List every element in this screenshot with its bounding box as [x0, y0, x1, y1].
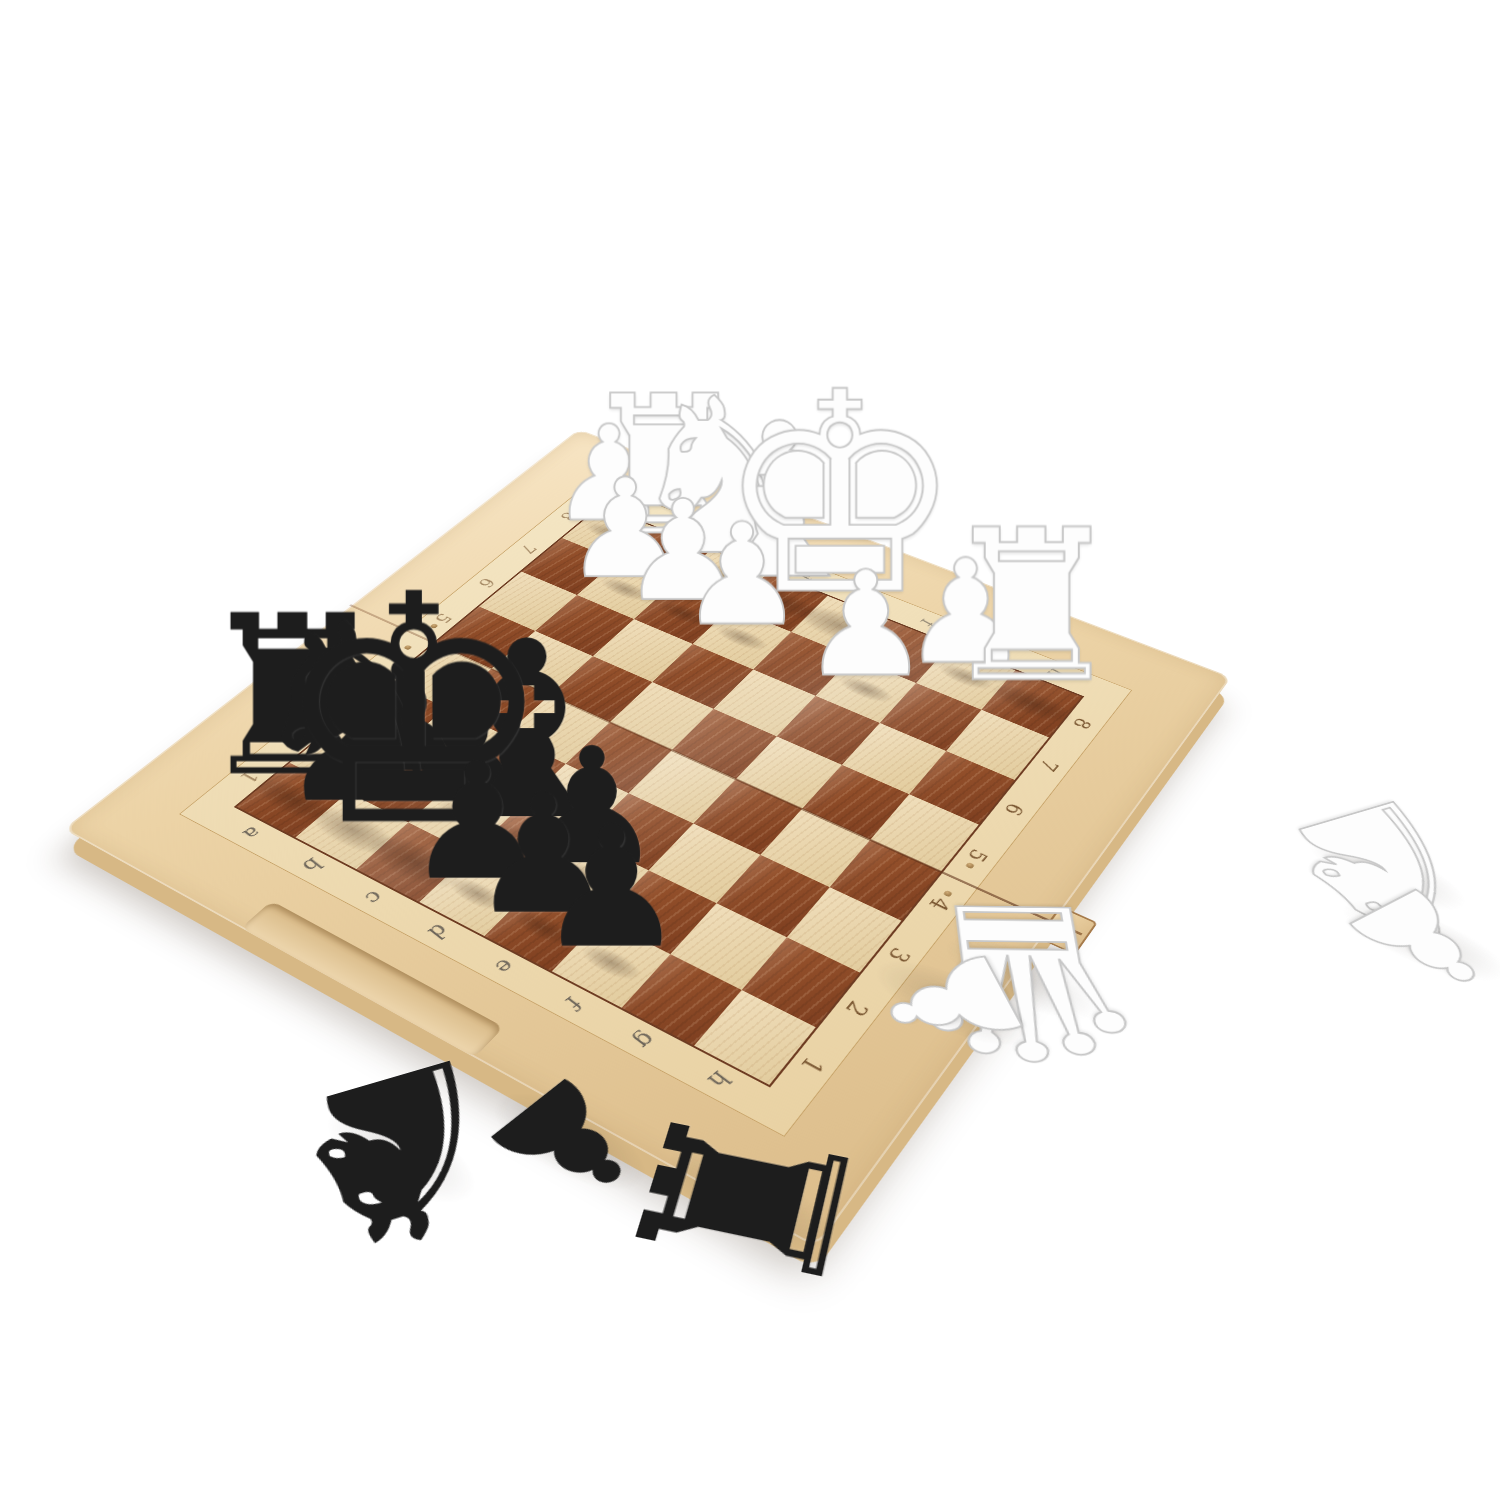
chess-set-photo-scene: aabbccddeeffgghh8877665544332211 ♛♟♞♟♞♟♜… — [0, 0, 1500, 1500]
pawn-glyph: ♟ — [536, 804, 686, 972]
chessboard-case-plane: aabbccddeeffgghh8877665544332211 ♛♟♞♟♞♟♜… — [63, 429, 1231, 1248]
